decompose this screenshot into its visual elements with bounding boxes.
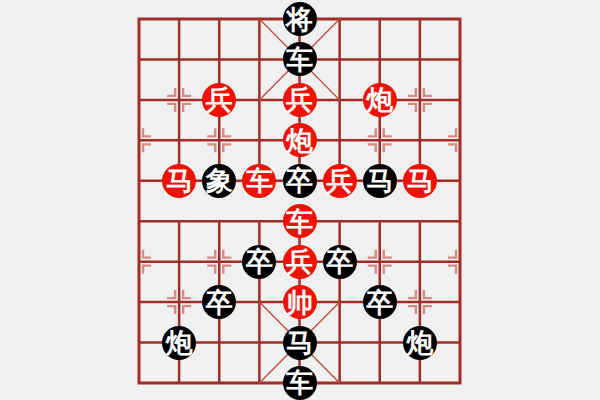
piece-black-soldier-f7r8[interactable]: 卒 (363, 285, 397, 319)
board-pieces-layer: 将车兵兵炮炮马象车卒兵马马车卒兵卒卒帅卒炮马炮车 (119, 0, 480, 400)
piece-red-soldier-f5r3[interactable]: 兵 (283, 83, 317, 117)
piece-red-horse-f8r5[interactable]: 马 (403, 164, 437, 198)
piece-red-cannon-f5r4[interactable]: 炮 (283, 123, 317, 157)
piece-black-horse-f7r5[interactable]: 马 (363, 164, 397, 198)
piece-black-soldier-f6r7[interactable]: 卒 (323, 245, 357, 279)
piece-black-soldier-f3r8[interactable]: 卒 (202, 285, 236, 319)
piece-black-horse-f5r9[interactable]: 马 (283, 326, 317, 360)
xiangqi-board: 将车兵兵炮炮马象车卒兵马马车卒兵卒卒帅卒炮马炮车 (0, 0, 600, 400)
piece-black-chariot-f5r2[interactable]: 车 (283, 42, 317, 76)
piece-black-elephant-f3r5[interactable]: 象 (202, 164, 236, 198)
piece-black-cannon-f8r9[interactable]: 炮 (403, 326, 437, 360)
piece-red-soldier-f5r7[interactable]: 兵 (283, 245, 317, 279)
piece-red-soldier-f3r3[interactable]: 兵 (202, 83, 236, 117)
piece-black-soldier-f5r5[interactable]: 卒 (283, 164, 317, 198)
piece-red-chariot-f4r5[interactable]: 车 (242, 164, 276, 198)
piece-black-cannon-f2r9[interactable]: 炮 (162, 326, 196, 360)
piece-black-general-f5r1[interactable]: 将 (283, 2, 317, 36)
piece-red-soldier-f6r5[interactable]: 兵 (323, 164, 357, 198)
piece-red-chariot-f5r6[interactable]: 车 (283, 204, 317, 238)
piece-red-general-f5r8[interactable]: 帅 (283, 285, 317, 319)
piece-red-horse-f2r5[interactable]: 马 (162, 164, 196, 198)
piece-black-chariot-f5r10[interactable]: 车 (283, 366, 317, 400)
piece-black-soldier-f4r7[interactable]: 卒 (242, 245, 276, 279)
piece-red-cannon-f7r3[interactable]: 炮 (363, 83, 397, 117)
